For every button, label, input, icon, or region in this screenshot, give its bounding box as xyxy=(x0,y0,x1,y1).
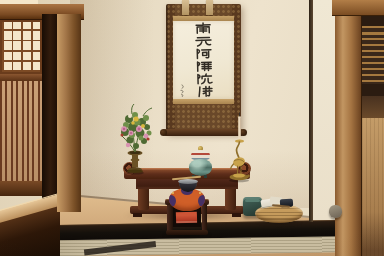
ceiling-beam xyxy=(332,0,384,16)
shoji-window xyxy=(0,0,84,256)
tatami-border-strip xyxy=(84,241,156,255)
photo-altar-room: 南无阿彌陀佛 xyxy=(0,0,384,256)
bell-stand-rail xyxy=(166,230,208,235)
bell-stand-leg xyxy=(167,205,173,232)
adjacent-wood-floor xyxy=(362,118,384,256)
table-foot xyxy=(232,213,241,217)
flower-arrangement xyxy=(106,102,164,178)
calligraphy-text: 南无阿彌陀佛 xyxy=(163,0,164,1)
window-side-frame xyxy=(42,14,57,210)
basket-tray xyxy=(255,200,303,226)
window-slat-screen xyxy=(0,81,42,181)
right-pillar xyxy=(335,16,362,256)
artist-signature xyxy=(179,84,188,98)
base-stone xyxy=(329,205,342,218)
bamboo-blind xyxy=(362,26,384,84)
adjacent-room-wood xyxy=(362,96,384,118)
burner-body xyxy=(189,159,212,176)
window-mid-rail xyxy=(0,74,42,81)
scroll-hanging-strap xyxy=(206,0,213,15)
shoji-grid-panes xyxy=(0,20,42,74)
right-side xyxy=(305,0,384,256)
bell-set xyxy=(165,175,209,239)
bell-stand-leg xyxy=(202,205,208,232)
incense-burner xyxy=(187,146,213,178)
crane-candlestick xyxy=(226,112,252,184)
left-pillar xyxy=(57,14,81,212)
scroll-ichimonji-bottom xyxy=(173,99,234,104)
sutra-book xyxy=(176,212,197,224)
calligraphy-strokes xyxy=(192,22,216,98)
scroll-hanging-strap xyxy=(182,0,189,15)
table-foot xyxy=(133,213,142,217)
window-bottom-rail xyxy=(0,181,42,196)
